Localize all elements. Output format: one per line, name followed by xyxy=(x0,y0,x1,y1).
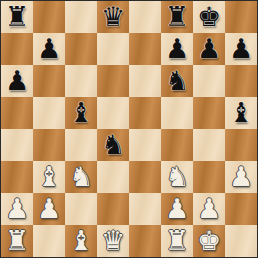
piece-black-queen-d8[interactable]: ♛ xyxy=(97,1,129,33)
square-e1[interactable] xyxy=(129,225,161,257)
piece-black-rook-a8[interactable]: ♜ xyxy=(1,1,33,33)
square-e8[interactable] xyxy=(129,1,161,33)
square-c3[interactable]: ♞ xyxy=(65,161,97,193)
square-a8[interactable]: ♜ xyxy=(1,1,33,33)
square-a1[interactable]: ♜ xyxy=(1,225,33,257)
square-e5[interactable] xyxy=(129,97,161,129)
piece-white-queen-d1[interactable]: ♛ xyxy=(97,225,129,257)
piece-black-knight-d4[interactable]: ♞ xyxy=(97,129,129,161)
square-h7[interactable]: ♟ xyxy=(225,33,257,65)
square-a7[interactable] xyxy=(1,33,33,65)
square-a5[interactable] xyxy=(1,97,33,129)
piece-white-bishop-c1[interactable]: ♝ xyxy=(65,225,97,257)
piece-white-rook-a1[interactable]: ♜ xyxy=(1,225,33,257)
square-g5[interactable] xyxy=(193,97,225,129)
square-b1[interactable] xyxy=(33,225,65,257)
square-h6[interactable] xyxy=(225,65,257,97)
piece-white-pawn-g2[interactable]: ♟ xyxy=(193,193,225,225)
square-b5[interactable] xyxy=(33,97,65,129)
square-f2[interactable]: ♟ xyxy=(161,193,193,225)
square-c1[interactable]: ♝ xyxy=(65,225,97,257)
square-g6[interactable] xyxy=(193,65,225,97)
piece-white-pawn-h3[interactable]: ♟ xyxy=(225,161,257,193)
square-d5[interactable] xyxy=(97,97,129,129)
square-d8[interactable]: ♛ xyxy=(97,1,129,33)
square-b7[interactable]: ♟ xyxy=(33,33,65,65)
piece-black-pawn-b7[interactable]: ♟ xyxy=(33,33,65,65)
square-c6[interactable] xyxy=(65,65,97,97)
square-g1[interactable]: ♚ xyxy=(193,225,225,257)
square-f4[interactable] xyxy=(161,129,193,161)
piece-white-knight-c3[interactable]: ♞ xyxy=(65,161,97,193)
square-a6[interactable]: ♟ xyxy=(1,65,33,97)
square-g7[interactable]: ♟ xyxy=(193,33,225,65)
piece-white-rook-f1[interactable]: ♜ xyxy=(161,225,193,257)
piece-white-knight-f3[interactable]: ♞ xyxy=(161,161,193,193)
square-e4[interactable] xyxy=(129,129,161,161)
square-f7[interactable]: ♟ xyxy=(161,33,193,65)
square-a3[interactable] xyxy=(1,161,33,193)
square-a2[interactable]: ♟ xyxy=(1,193,33,225)
square-b3[interactable]: ♝ xyxy=(33,161,65,193)
piece-black-knight-f6[interactable]: ♞ xyxy=(161,65,193,97)
square-c4[interactable] xyxy=(65,129,97,161)
piece-white-king-g1[interactable]: ♚ xyxy=(193,225,225,257)
piece-black-pawn-g7[interactable]: ♟ xyxy=(193,33,225,65)
piece-white-pawn-f2[interactable]: ♟ xyxy=(161,193,193,225)
square-d2[interactable] xyxy=(97,193,129,225)
square-d4[interactable]: ♞ xyxy=(97,129,129,161)
square-c7[interactable] xyxy=(65,33,97,65)
piece-black-pawn-f7[interactable]: ♟ xyxy=(161,33,193,65)
square-f8[interactable]: ♜ xyxy=(161,1,193,33)
square-c5[interactable]: ♝ xyxy=(65,97,97,129)
piece-black-rook-f8[interactable]: ♜ xyxy=(161,1,193,33)
square-b6[interactable] xyxy=(33,65,65,97)
piece-white-pawn-b2[interactable]: ♟ xyxy=(33,193,65,225)
piece-black-king-g8[interactable]: ♚ xyxy=(193,1,225,33)
square-f6[interactable]: ♞ xyxy=(161,65,193,97)
square-h5[interactable]: ♝ xyxy=(225,97,257,129)
square-d1[interactable]: ♛ xyxy=(97,225,129,257)
square-h1[interactable] xyxy=(225,225,257,257)
square-f5[interactable] xyxy=(161,97,193,129)
piece-black-bishop-c5[interactable]: ♝ xyxy=(65,97,97,129)
chess-board: ♜♛♜♚♟♟♟♟♟♞♝♝♞♝♞♞♟♟♟♟♟♜♝♛♜♚ xyxy=(1,1,257,257)
square-c8[interactable] xyxy=(65,1,97,33)
square-d3[interactable] xyxy=(97,161,129,193)
square-e2[interactable] xyxy=(129,193,161,225)
square-b8[interactable] xyxy=(33,1,65,33)
square-d7[interactable] xyxy=(97,33,129,65)
square-f1[interactable]: ♜ xyxy=(161,225,193,257)
square-d6[interactable] xyxy=(97,65,129,97)
square-e6[interactable] xyxy=(129,65,161,97)
piece-black-pawn-a6[interactable]: ♟ xyxy=(1,65,33,97)
chess-board-frame: ♜♛♜♚♟♟♟♟♟♞♝♝♞♝♞♞♟♟♟♟♟♜♝♛♜♚ xyxy=(0,0,258,258)
piece-white-pawn-a2[interactable]: ♟ xyxy=(1,193,33,225)
square-b2[interactable]: ♟ xyxy=(33,193,65,225)
square-h3[interactable]: ♟ xyxy=(225,161,257,193)
piece-black-bishop-h5[interactable]: ♝ xyxy=(225,97,257,129)
square-c2[interactable] xyxy=(65,193,97,225)
square-g3[interactable] xyxy=(193,161,225,193)
piece-white-bishop-b3[interactable]: ♝ xyxy=(33,161,65,193)
square-g2[interactable]: ♟ xyxy=(193,193,225,225)
square-g8[interactable]: ♚ xyxy=(193,1,225,33)
square-h2[interactable] xyxy=(225,193,257,225)
square-a4[interactable] xyxy=(1,129,33,161)
square-g4[interactable] xyxy=(193,129,225,161)
square-h8[interactable] xyxy=(225,1,257,33)
square-h4[interactable] xyxy=(225,129,257,161)
square-f3[interactable]: ♞ xyxy=(161,161,193,193)
square-e7[interactable] xyxy=(129,33,161,65)
piece-black-pawn-h7[interactable]: ♟ xyxy=(225,33,257,65)
square-e3[interactable] xyxy=(129,161,161,193)
square-b4[interactable] xyxy=(33,129,65,161)
